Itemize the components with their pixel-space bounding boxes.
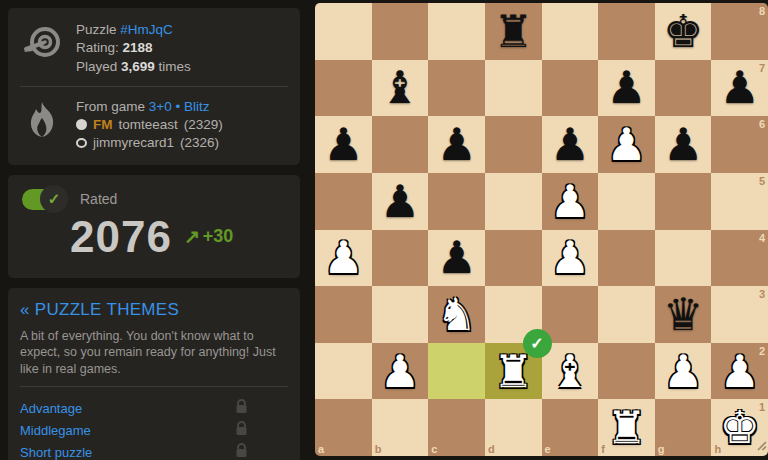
theme-link-short-puzzle[interactable]: Short puzzle [20,445,92,460]
white-rook-d2[interactable]: ♜ [493,349,533,394]
from-game-label: From game [76,99,145,114]
white-pawn-b2[interactable]: ♟ [380,349,420,394]
square-f7[interactable]: ♟ [598,60,655,117]
white-pawn-a4[interactable]: ♟ [323,235,363,280]
square-h1[interactable]: ♚h1 [711,399,768,456]
puzzle-rating-label: Rating: [76,40,119,55]
square-b6[interactable] [372,116,429,173]
player-row-black[interactable]: jimmyrecard1 (2326) [76,134,223,151]
black-pawn-a6[interactable]: ♟ [323,122,363,167]
puzzle-rating-value: 2188 [123,40,153,55]
white-pawn-e4[interactable]: ♟ [550,235,590,280]
square-f4[interactable] [598,230,655,287]
square-d2[interactable]: ♜✓ [485,343,542,400]
square-b5[interactable]: ♟ [372,173,429,230]
white-king-h1[interactable]: ♚ [720,405,760,450]
rated-toggle[interactable]: ✓ [22,189,64,210]
square-h2[interactable]: ♟2 [711,343,768,400]
theme-list: Advantage Middlegame Short puzzle [20,397,288,460]
square-h5[interactable]: 5 [711,173,768,230]
square-g5[interactable] [655,173,712,230]
square-f8[interactable] [598,3,655,60]
square-a2[interactable] [315,343,372,400]
square-c4[interactable]: ♟ [428,230,485,287]
lock-icon [235,399,248,418]
square-a8[interactable] [315,3,372,60]
puzzle-themes-heading[interactable]: « PUZZLE THEMES [20,300,288,320]
rated-label: Rated [80,191,117,207]
panel-divider [20,86,288,87]
square-c5[interactable] [428,173,485,230]
square-c7[interactable] [428,60,485,117]
square-c2[interactable] [428,343,485,400]
square-e2[interactable]: ♝ [542,343,599,400]
square-f5[interactable] [598,173,655,230]
square-a3[interactable] [315,286,372,343]
square-a4[interactable]: ♟ [315,230,372,287]
square-h6[interactable]: 6 [711,116,768,173]
player-title: FM [93,116,113,133]
square-d8[interactable]: ♜ [485,3,542,60]
square-d7[interactable] [485,60,542,117]
rank-coord-1: 1 [759,401,765,413]
puzzle-themes-panel: « PUZZLE THEMES A bit of everything. You… [8,288,300,460]
square-b8[interactable] [372,3,429,60]
square-c1[interactable]: c [428,399,485,456]
rank-coord-3: 3 [759,288,765,300]
flame-icon [20,97,64,141]
square-f2[interactable] [598,343,655,400]
rank-coord-8: 8 [759,5,765,17]
square-e5[interactable]: ♟ [542,173,599,230]
black-pawn-g6[interactable]: ♟ [663,122,703,167]
rank-coord-4: 4 [759,232,765,244]
square-e7[interactable] [542,60,599,117]
square-f3[interactable] [598,286,655,343]
square-h3[interactable]: 3 [711,286,768,343]
puzzle-target-icon [20,20,64,64]
square-e1[interactable]: e [542,399,599,456]
white-knight-c3[interactable]: ♞ [436,292,476,337]
file-coord-g: g [658,443,665,455]
square-f1[interactable]: ♜f [598,399,655,456]
rated-toggle-check-icon: ✓ [40,185,68,213]
puzzle-played-count: 3,699 [121,59,155,74]
black-pawn-c6[interactable]: ♟ [436,122,476,167]
square-a5[interactable] [315,173,372,230]
board-resize-handle[interactable] [755,437,767,455]
lock-icon [235,421,248,440]
square-b3[interactable] [372,286,429,343]
black-queen-g3[interactable]: ♛ [663,292,703,337]
white-pawn-h2[interactable]: ♟ [720,349,760,394]
puzzle-played-suffix: times [159,59,191,74]
file-coord-d: d [488,443,495,455]
themes-divider [20,386,288,387]
square-b1[interactable]: b [372,399,429,456]
square-g6[interactable]: ♟ [655,116,712,173]
white-rook-f1[interactable]: ♜ [606,405,646,450]
black-pawn-f7[interactable]: ♟ [606,65,646,110]
rating-delta-value: +30 [203,226,234,247]
square-h8[interactable]: 8 [711,3,768,60]
chess-board[interactable]: ♜♚8♝♟♟7♟♟♟♟♟6♟♟5♟♟♟4♞♛3♟♜✓♝♟♟2abcde♜fg♚h… [315,3,768,456]
lichess-puzzle-page: Puzzle #HmJqC Rating: 2188 Played 3,699 … [0,0,768,460]
rating-panel: ✓ Rated 2076 ↗ +30 [8,175,300,278]
puzzle-label: Puzzle [76,22,117,37]
square-f6[interactable]: ♟ [598,116,655,173]
rank-coord-6: 6 [759,118,765,130]
theme-link-advantage[interactable]: Advantage [20,401,82,416]
file-coord-e: e [545,443,551,455]
black-pawn-e6[interactable]: ♟ [550,122,590,167]
black-king-g8[interactable]: ♚ [663,9,703,54]
sidebar: Puzzle #HmJqC Rating: 2188 Played 3,699 … [8,8,300,460]
player-rating: (2329) [184,116,223,133]
square-c8[interactable] [428,3,485,60]
theme-item-short-puzzle: Short puzzle [20,441,288,460]
square-a6[interactable]: ♟ [315,116,372,173]
black-pawn-c4[interactable]: ♟ [436,235,476,280]
square-b7[interactable]: ♝ [372,60,429,117]
square-e3[interactable] [542,286,599,343]
square-a1[interactable]: a [315,399,372,456]
player-row-white[interactable]: FM tomteeast (2329) [76,116,223,133]
square-a7[interactable] [315,60,372,117]
square-g3[interactable]: ♛ [655,286,712,343]
square-c3[interactable]: ♞ [428,286,485,343]
theme-item-advantage: Advantage [20,397,288,419]
theme-item-middlegame: Middlegame [20,419,288,441]
player-rating: (2326) [180,134,219,151]
square-e8[interactable] [542,3,599,60]
square-g7[interactable] [655,60,712,117]
puzzle-played-label: Played [76,59,117,74]
square-d1[interactable]: d [485,399,542,456]
player-name: tomteeast [119,116,178,133]
rank-coord-2: 2 [759,345,765,357]
square-c6[interactable]: ♟ [428,116,485,173]
rating-up-arrow-icon: ↗ [184,225,200,248]
file-coord-f: f [601,443,605,455]
theme-link-middlegame[interactable]: Middlegame [20,423,91,438]
square-d6[interactable] [485,116,542,173]
square-g2[interactable]: ♟ [655,343,712,400]
square-b2[interactable]: ♟ [372,343,429,400]
white-pawn-g2[interactable]: ♟ [663,349,703,394]
square-e4[interactable]: ♟ [542,230,599,287]
white-pawn-f6[interactable]: ♟ [606,122,646,167]
file-coord-c: c [431,443,437,455]
black-rook-d8[interactable]: ♜ [493,9,533,54]
square-b4[interactable] [372,230,429,287]
rank-coord-7: 7 [759,62,765,74]
white-player-disc-icon [76,119,87,130]
white-bishop-e2[interactable]: ♝ [550,349,590,394]
user-puzzle-rating: 2076 [70,212,172,262]
themes-description: A bit of everything. You don't know what… [20,328,296,379]
square-d5[interactable] [485,173,542,230]
lock-icon [235,443,248,460]
file-coord-b: b [375,443,382,455]
square-h7[interactable]: ♟7 [711,60,768,117]
square-g8[interactable]: ♚ [655,3,712,60]
rank-coord-5: 5 [759,175,765,187]
square-e6[interactable]: ♟ [542,116,599,173]
black-bishop-b7[interactable]: ♝ [380,65,420,110]
file-coord-h: h [714,443,721,455]
square-g4[interactable] [655,230,712,287]
square-d4[interactable] [485,230,542,287]
rating-delta: ↗ +30 [184,225,233,248]
puzzle-info-panel: Puzzle #HmJqC Rating: 2188 Played 3,699 … [8,8,300,165]
puzzle-id-link[interactable]: #HmJqC [120,22,173,37]
file-coord-a: a [318,443,324,455]
square-g1[interactable]: g [655,399,712,456]
black-player-disc-icon [76,138,87,148]
player-name: jimmyrecard1 [93,134,174,151]
black-pawn-b5[interactable]: ♟ [380,179,420,224]
white-pawn-e5[interactable]: ♟ [550,179,590,224]
from-game-link[interactable]: 3+0 • Blitz [149,99,210,114]
black-pawn-h7[interactable]: ♟ [720,65,760,110]
square-h4[interactable]: 4 [711,230,768,287]
correct-move-badge-icon: ✓ [523,329,552,358]
